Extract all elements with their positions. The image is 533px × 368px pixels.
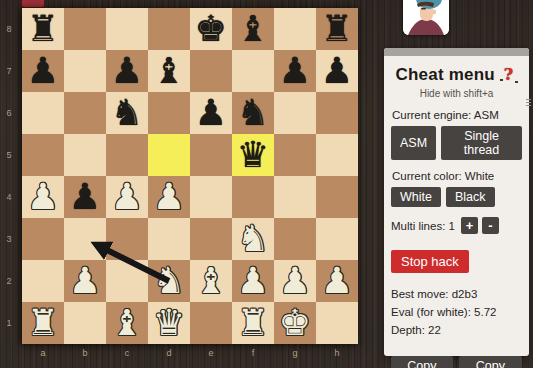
file-label-e: e [190,346,232,360]
square-a5[interactable] [22,134,64,176]
square-e2[interactable]: ♝ [190,260,232,302]
piece-white-knight: ♞ [237,218,269,260]
square-a3[interactable] [22,218,64,260]
square-e7[interactable] [190,50,232,92]
square-a4[interactable]: ♟ [22,176,64,218]
square-e6[interactable]: ♟ [190,92,232,134]
square-g4[interactable] [274,176,316,218]
square-f7[interactable] [232,50,274,92]
piece-black-pawn: ♟ [321,50,353,92]
page: 87654321 ♜♚♝♜♟♟♝♟♟♞♟♞♛♟♟♟♟♞♟♞♝♟♟♟♜♝♛♜♚ a… [0,0,533,368]
square-g3[interactable] [274,218,316,260]
square-e4[interactable] [190,176,232,218]
copy-pgn-button[interactable]: Copy PGN [459,356,522,368]
panel-title: Cheat menu ? [391,65,522,85]
piece-black-king: ♚ [195,8,227,50]
square-g2[interactable]: ♟ [274,260,316,302]
square-c6[interactable]: ♞ [106,92,148,134]
square-c7[interactable]: ♟ [106,50,148,92]
piece-white-pawn: ♟ [279,260,311,302]
piece-black-rook: ♜ [321,8,353,50]
square-b2[interactable]: ♟ [64,260,106,302]
square-h1[interactable] [316,302,358,344]
square-f5[interactable]: ♛ [232,134,274,176]
square-e1[interactable] [190,302,232,344]
square-b6[interactable] [64,92,106,134]
square-d4[interactable]: ♟ [148,176,190,218]
square-g1[interactable]: ♚ [274,302,316,344]
square-h4[interactable] [316,176,358,218]
piece-white-pawn: ♟ [321,260,353,302]
chess-board: ♜♚♝♜♟♟♝♟♟♞♟♞♛♟♟♟♟♞♟♞♝♟♟♟♜♝♛♜♚ [22,8,358,344]
piece-black-pawn: ♟ [195,92,227,134]
rank-label-8: 8 [0,8,18,50]
question-mark-icon: ? [500,67,518,83]
panel-resize-gripper [526,99,531,108]
square-b1[interactable] [64,302,106,344]
square-h6[interactable] [316,92,358,134]
rank-label-6: 6 [0,92,18,134]
square-g6[interactable] [274,92,316,134]
file-label-g: g [274,346,316,360]
square-h3[interactable] [316,218,358,260]
multi-lines-label: Multi lines: 1 [391,220,455,232]
rank-label-2: 2 [0,260,18,302]
engine-asm-button[interactable]: ASM [391,126,436,160]
square-f4[interactable] [232,176,274,218]
square-c5[interactable] [106,134,148,176]
eval-text: Eval (for white): 5.72 [391,304,522,322]
square-d1[interactable]: ♛ [148,302,190,344]
piece-white-rook: ♜ [27,302,59,344]
rank-label-7: 7 [0,50,18,92]
best-move-text: Best move: d2b3 [391,286,522,304]
square-f3[interactable]: ♞ [232,218,274,260]
square-e8[interactable]: ♚ [190,8,232,50]
rank-label-1: 1 [0,302,18,344]
multi-lines-increment-button[interactable]: + [461,217,478,234]
rank-label-4: 4 [0,176,18,218]
piece-white-pawn: ♟ [111,176,143,218]
rank-label-3: 3 [0,218,18,260]
rank-label-5: 5 [0,134,18,176]
square-f6[interactable]: ♞ [232,92,274,134]
square-b8[interactable] [64,8,106,50]
copy-fen-button[interactable]: Copy FEN [391,356,453,368]
square-c4[interactable]: ♟ [106,176,148,218]
piece-white-queen: ♛ [153,302,185,344]
square-d3[interactable] [148,218,190,260]
square-d6[interactable] [148,92,190,134]
square-b3[interactable] [64,218,106,260]
piece-black-bishop: ♝ [237,8,269,50]
file-label-f: f [232,346,274,360]
piece-black-pawn: ♟ [279,50,311,92]
square-d7[interactable]: ♝ [148,50,190,92]
piece-white-rook: ♜ [237,302,269,344]
piece-white-pawn: ♟ [153,176,185,218]
piece-black-queen: ♛ [237,134,269,176]
square-c8[interactable] [106,8,148,50]
current-color-label: Current color: White [392,170,522,182]
square-c2[interactable] [106,260,148,302]
piece-white-pawn: ♟ [69,260,101,302]
square-b7[interactable] [64,50,106,92]
square-e3[interactable] [190,218,232,260]
square-g8[interactable] [274,8,316,50]
square-g5[interactable] [274,134,316,176]
square-d8[interactable] [148,8,190,50]
square-d5[interactable] [148,134,190,176]
square-h7[interactable]: ♟ [316,50,358,92]
file-label-c: c [106,346,148,360]
piece-black-knight: ♞ [237,92,269,134]
square-f1[interactable]: ♜ [232,302,274,344]
engine-single-thread-button[interactable]: Single thread [441,126,522,160]
square-d2[interactable]: ♞ [148,260,190,302]
square-a2[interactable] [22,260,64,302]
file-label-h: h [316,346,358,360]
square-e5[interactable] [190,134,232,176]
hide-hint: Hide with shift+a [391,88,522,99]
file-label-b: b [64,346,106,360]
piece-black-pawn: ♟ [27,50,59,92]
stop-hack-button[interactable]: Stop hack [391,250,469,273]
square-a7[interactable]: ♟ [22,50,64,92]
square-f8[interactable]: ♝ [232,8,274,50]
color-white-button[interactable]: White [391,187,441,207]
square-a6[interactable] [22,92,64,134]
depth-text: Depth: 22 [391,322,522,340]
file-label-d: d [148,346,190,360]
piece-black-knight: ♞ [111,92,143,134]
multi-lines-decrement-button[interactable]: - [482,217,499,234]
square-c1[interactable]: ♝ [106,302,148,344]
square-h5[interactable] [316,134,358,176]
square-h8[interactable]: ♜ [316,8,358,50]
square-g7[interactable]: ♟ [274,50,316,92]
piece-white-king: ♚ [279,302,311,344]
piece-white-pawn: ♟ [27,176,59,218]
avatar-illustration [403,0,449,35]
color-black-button[interactable]: Black [446,187,495,207]
piece-white-bishop: ♝ [111,302,143,344]
square-h2[interactable]: ♟ [316,260,358,302]
current-engine-label: Current engine: ASM [392,109,522,121]
piece-white-pawn: ♟ [237,260,269,302]
piece-black-pawn: ♟ [69,176,101,218]
piece-black-pawn: ♟ [111,50,143,92]
square-b5[interactable] [64,134,106,176]
panel-title-text: Cheat menu [396,65,495,85]
piece-white-bishop: ♝ [195,260,227,302]
file-coordinates: abcdefgh [22,346,358,360]
square-a8[interactable]: ♜ [22,8,64,50]
square-b4[interactable]: ♟ [64,176,106,218]
panel-drag-handle[interactable] [384,48,529,56]
piece-white-knight: ♞ [153,260,185,302]
piece-black-bishop: ♝ [153,50,185,92]
square-f2[interactable]: ♟ [232,260,274,302]
avatar [403,0,449,35]
piece-black-rook: ♜ [27,8,59,50]
square-a1[interactable]: ♜ [22,302,64,344]
rank-coordinates: 87654321 [0,8,18,344]
cheat-menu-panel: Cheat menu ? Hide with shift+a Current e… [384,48,529,356]
square-c3[interactable] [106,218,148,260]
file-label-a: a [22,346,64,360]
